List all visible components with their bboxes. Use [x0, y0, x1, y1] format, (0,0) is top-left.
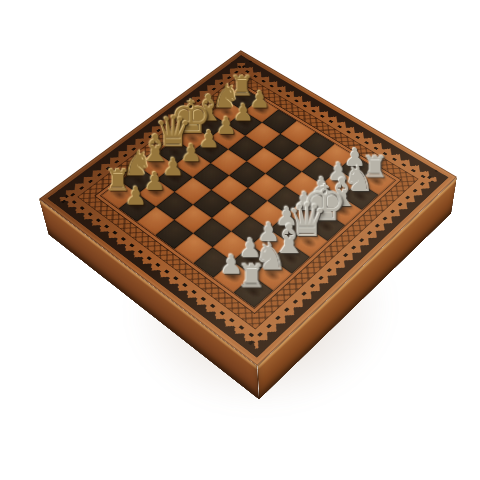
rook-glyph: ♜ — [219, 260, 284, 293]
photo-canvas: ♜♟♟♜♞♟♟♞♝♟♟♝♚♟♟♚♛♟♟♛♝♟♟♝♞♟♟♞♜♟♟♜ — [0, 0, 480, 480]
pawn-glyph: ♟ — [105, 183, 166, 208]
